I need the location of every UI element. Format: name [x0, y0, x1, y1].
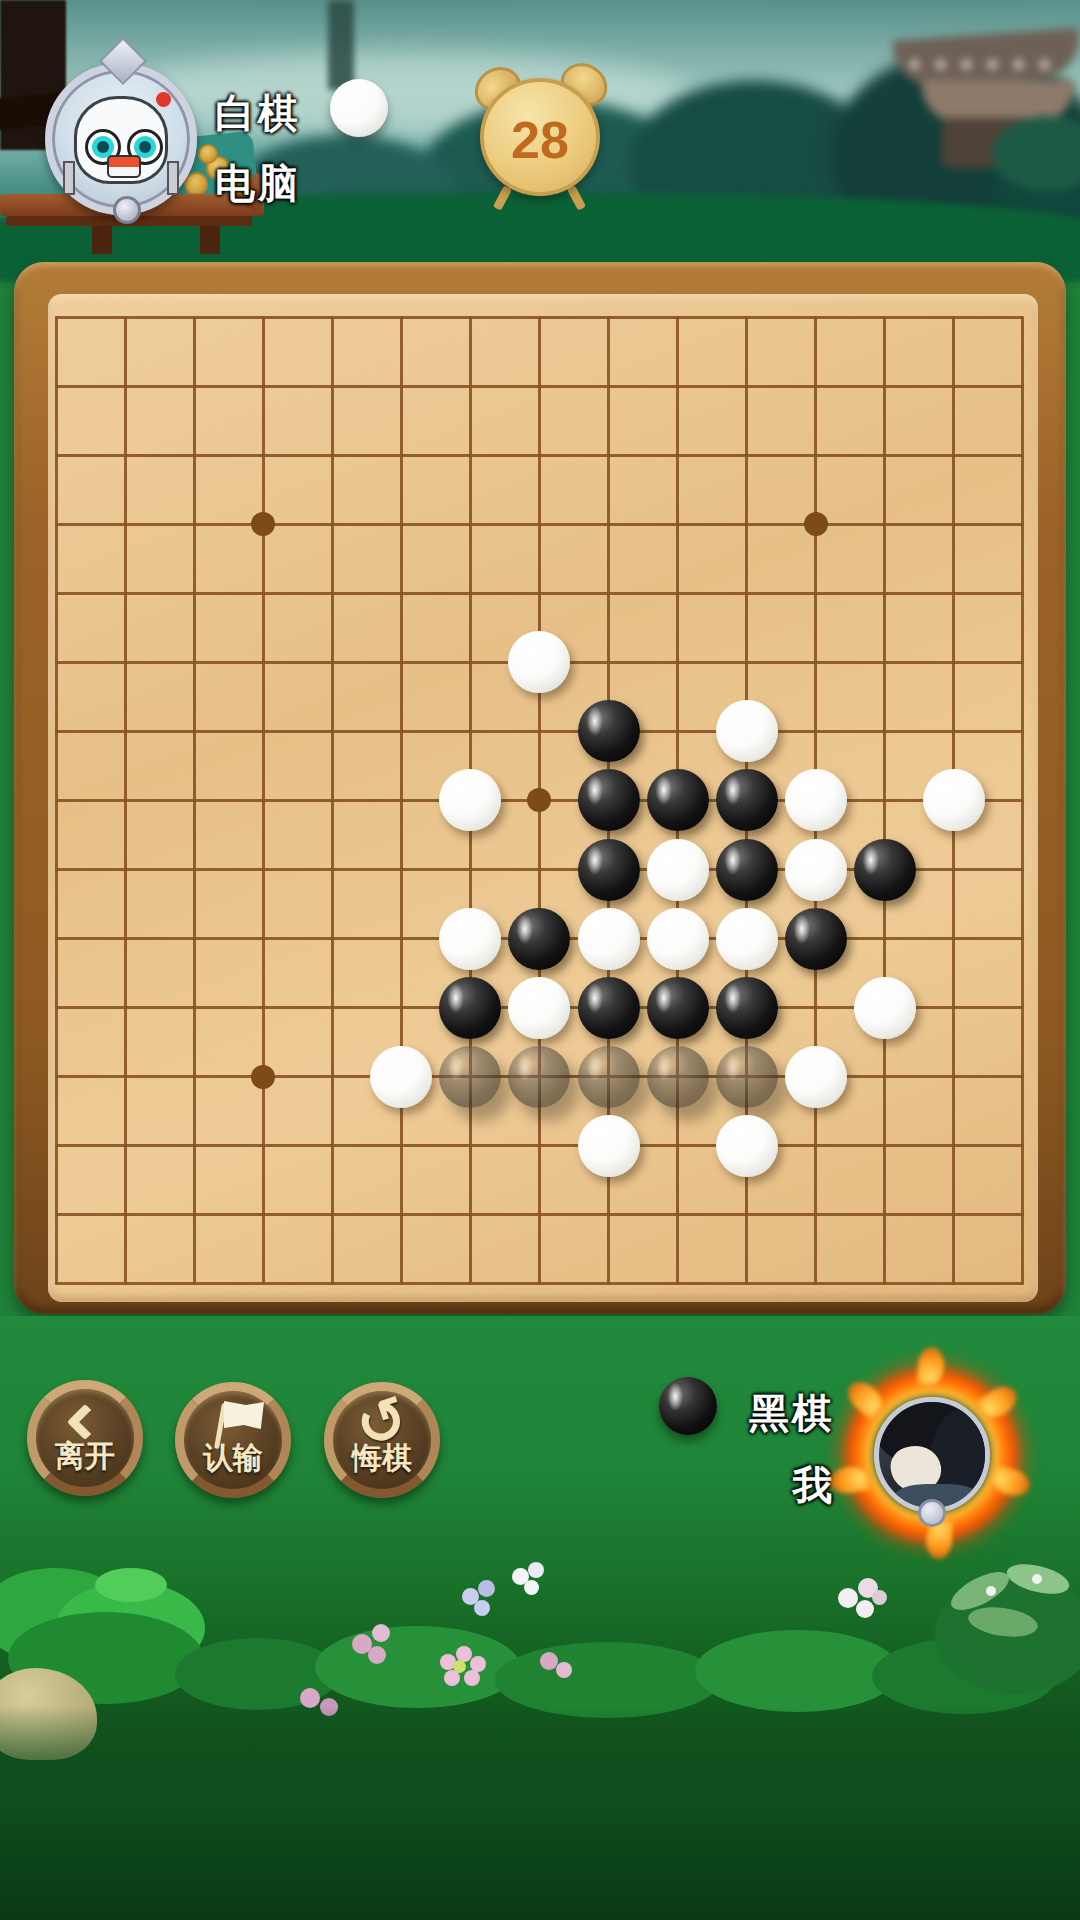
avatar-pendant — [113, 196, 141, 224]
resign-button[interactable]: 认输 — [175, 1382, 291, 1498]
pagoda-roof — [880, 0, 1080, 190]
antenna-dot — [156, 92, 171, 107]
avatar-badge-icon — [918, 1499, 946, 1527]
robot-face — [74, 96, 168, 184]
resign-button-label: 认输 — [184, 1438, 282, 1479]
opponent-name: 电脑 — [206, 156, 310, 211]
black-side-label: 黑棋 — [742, 1386, 842, 1441]
robot-avatar[interactable] — [45, 63, 197, 215]
white-stone-indicator — [330, 79, 388, 137]
post-silhouette — [328, 0, 354, 90]
robot-mouth — [107, 155, 141, 178]
white-side-label: 白棋 — [208, 86, 308, 141]
leave-button[interactable]: 离开 — [27, 1380, 143, 1496]
timer-clock: 28 — [468, 58, 614, 218]
black-stone-indicator — [659, 1377, 717, 1435]
undo-button-label: 悔棋 — [333, 1438, 431, 1479]
leave-button-label: 离开 — [36, 1436, 134, 1477]
gomoku-game-screen: 白棋 电脑 28 — [0, 0, 1080, 1920]
anime-portrait — [874, 1397, 990, 1513]
back-chevron-icon — [67, 1404, 104, 1441]
gomoku-board[interactable] — [48, 294, 1038, 1302]
board-frame — [14, 262, 1066, 1314]
undo-button[interactable]: ↺ 悔棋 — [324, 1382, 440, 1498]
player-avatar[interactable] — [830, 1353, 1034, 1557]
timer-value: 28 — [511, 104, 569, 170]
